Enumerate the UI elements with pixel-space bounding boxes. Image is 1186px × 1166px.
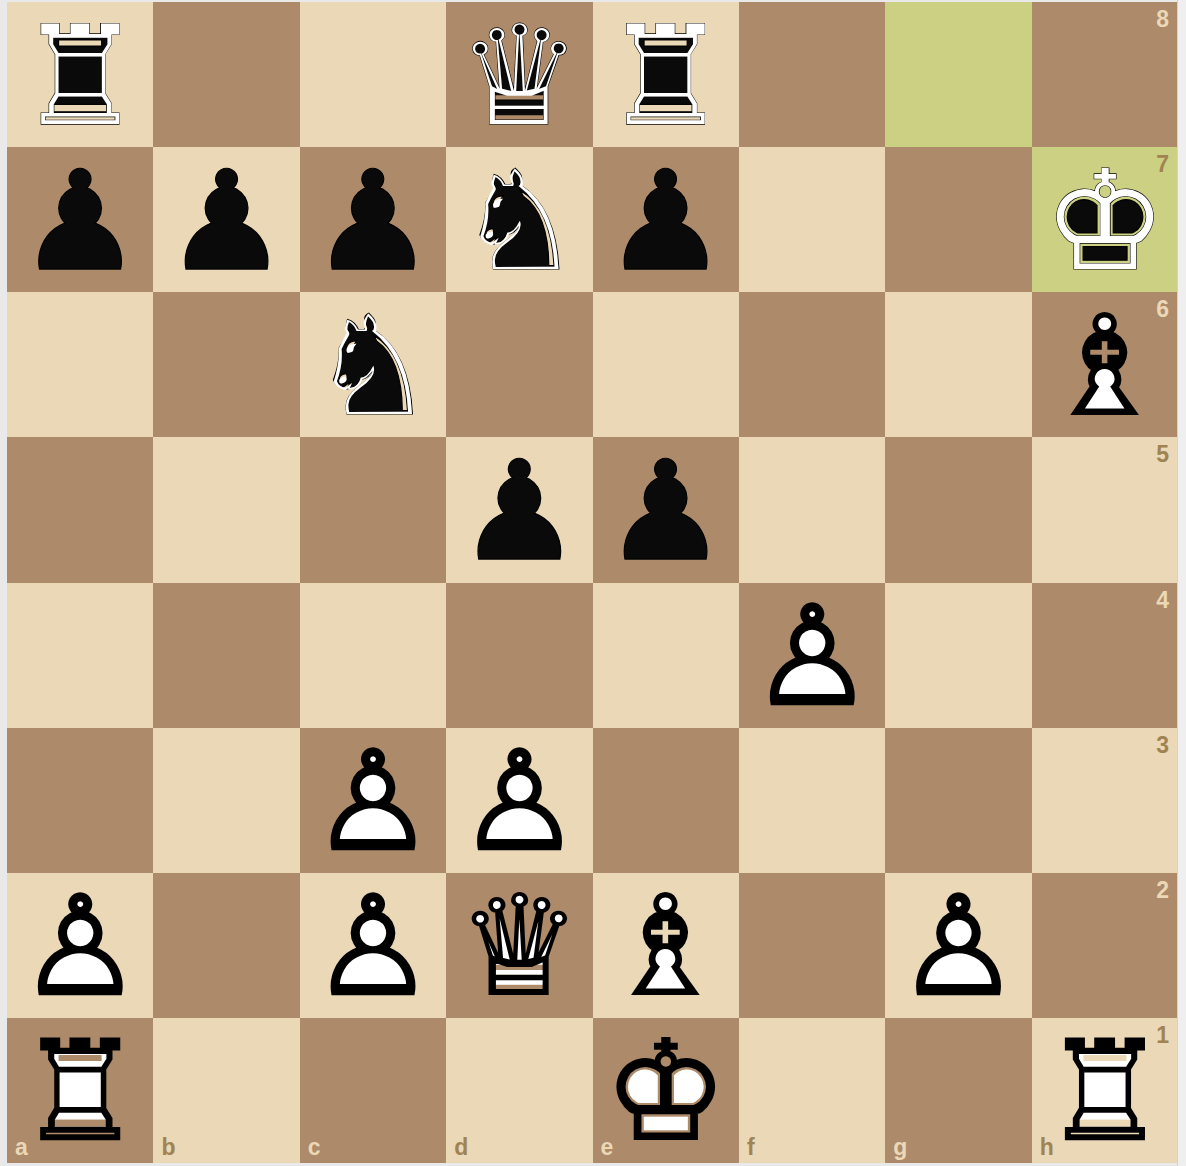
black-rook[interactable]: ♜♖ [593,2,739,147]
rank-label-8: 8 [1156,8,1169,31]
page-margin-left [0,0,7,1166]
square-g7[interactable] [885,147,1031,292]
square-e7[interactable]: ♟ [593,147,739,292]
square-e2[interactable]: ♝♗ [593,873,739,1018]
square-b5[interactable] [153,437,299,582]
square-h5[interactable]: 5 [1032,437,1178,582]
square-h6[interactable]: 6♝♗ [1032,292,1178,437]
square-d1[interactable]: d [446,1018,592,1163]
scrollbar-track[interactable] [1177,0,1186,1166]
rank-label-2: 2 [1156,879,1169,902]
black-pawn[interactable]: ♟ [593,437,739,582]
white-rook[interactable]: ♜♖ [1032,1018,1178,1163]
square-b4[interactable] [153,583,299,728]
square-g8[interactable] [885,2,1031,147]
square-h8[interactable]: 8 [1032,2,1178,147]
chess-board: ♜♖♛♕♜♖8♟♟♟♞♘♟7♚♔♞♘6♝♗♟♟5♟♙4♟♙♟♙3♟♙♟♙♛♕♝♗… [7,2,1178,1163]
file-label-d: d [454,1136,468,1159]
square-c3[interactable]: ♟♙ [300,728,446,873]
square-e5[interactable]: ♟ [593,437,739,582]
square-f8[interactable] [739,2,885,147]
white-pawn[interactable]: ♟♙ [7,873,153,1018]
square-f4[interactable]: ♟♙ [739,583,885,728]
square-h1[interactable]: h1♜♖ [1032,1018,1178,1163]
square-a1[interactable]: a♜♖ [7,1018,153,1163]
square-c6[interactable]: ♞♘ [300,292,446,437]
square-e4[interactable] [593,583,739,728]
square-h4[interactable]: 4 [1032,583,1178,728]
square-f2[interactable] [739,873,885,1018]
square-h3[interactable]: 3 [1032,728,1178,873]
square-b8[interactable] [153,2,299,147]
black-pawn[interactable]: ♟ [446,437,592,582]
white-pawn[interactable]: ♟♙ [885,873,1031,1018]
square-g3[interactable] [885,728,1031,873]
white-pawn[interactable]: ♟♙ [300,728,446,873]
white-bishop[interactable]: ♝♗ [593,873,739,1018]
file-label-b: b [161,1136,175,1159]
black-pawn[interactable]: ♟ [7,147,153,292]
square-a8[interactable]: ♜♖ [7,2,153,147]
black-king[interactable]: ♚♔ [1032,147,1178,292]
white-bishop[interactable]: ♝♗ [1032,292,1178,437]
square-d5[interactable]: ♟ [446,437,592,582]
black-knight[interactable]: ♞♘ [446,147,592,292]
square-f3[interactable] [739,728,885,873]
square-g6[interactable] [885,292,1031,437]
square-b3[interactable] [153,728,299,873]
square-c5[interactable] [300,437,446,582]
rank-label-5: 5 [1156,443,1169,466]
square-g2[interactable]: ♟♙ [885,873,1031,1018]
white-pawn[interactable]: ♟♙ [739,583,885,728]
square-c4[interactable] [300,583,446,728]
white-rook[interactable]: ♜♖ [7,1018,153,1163]
file-label-c: c [308,1136,321,1159]
square-f7[interactable] [739,147,885,292]
square-e6[interactable] [593,292,739,437]
black-knight[interactable]: ♞♘ [300,292,446,437]
file-label-g: g [893,1136,907,1159]
white-king[interactable]: ♚♔ [593,1018,739,1163]
square-c8[interactable] [300,2,446,147]
square-e3[interactable] [593,728,739,873]
square-c7[interactable]: ♟ [300,147,446,292]
rank-label-3: 3 [1156,734,1169,757]
black-queen[interactable]: ♛♕ [446,2,592,147]
square-e8[interactable]: ♜♖ [593,2,739,147]
square-b6[interactable] [153,292,299,437]
white-queen[interactable]: ♛♕ [446,873,592,1018]
square-a3[interactable] [7,728,153,873]
square-a7[interactable]: ♟ [7,147,153,292]
square-b7[interactable]: ♟ [153,147,299,292]
square-d8[interactable]: ♛♕ [446,2,592,147]
white-pawn[interactable]: ♟♙ [300,873,446,1018]
square-c2[interactable]: ♟♙ [300,873,446,1018]
square-a4[interactable] [7,583,153,728]
rank-label-4: 4 [1156,589,1169,612]
white-pawn[interactable]: ♟♙ [446,728,592,873]
square-d6[interactable] [446,292,592,437]
square-a6[interactable] [7,292,153,437]
square-b1[interactable]: b [153,1018,299,1163]
square-g1[interactable]: g [885,1018,1031,1163]
black-pawn[interactable]: ♟ [153,147,299,292]
square-a5[interactable] [7,437,153,582]
square-f1[interactable]: f [739,1018,885,1163]
black-pawn[interactable]: ♟ [593,147,739,292]
square-g5[interactable] [885,437,1031,582]
square-c1[interactable]: c [300,1018,446,1163]
square-d2[interactable]: ♛♕ [446,873,592,1018]
square-d7[interactable]: ♞♘ [446,147,592,292]
square-a2[interactable]: ♟♙ [7,873,153,1018]
square-h7[interactable]: 7♚♔ [1032,147,1178,292]
square-e1[interactable]: e♚♔ [593,1018,739,1163]
square-d4[interactable] [446,583,592,728]
square-h2[interactable]: 2 [1032,873,1178,1018]
square-g4[interactable] [885,583,1031,728]
square-f5[interactable] [739,437,885,582]
black-pawn[interactable]: ♟ [300,147,446,292]
square-f6[interactable] [739,292,885,437]
square-d3[interactable]: ♟♙ [446,728,592,873]
black-rook[interactable]: ♜♖ [7,2,153,147]
file-label-f: f [747,1136,755,1159]
square-b2[interactable] [153,873,299,1018]
